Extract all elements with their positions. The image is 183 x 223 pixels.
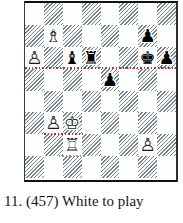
square-a7 <box>25 25 44 47</box>
square-d2 <box>82 134 101 156</box>
square-f5 <box>119 69 138 91</box>
square-b2 <box>44 134 63 156</box>
square-b7: ♗ <box>44 25 63 47</box>
square-f2 <box>119 134 138 156</box>
board-grid: ♗♟♙♝♜♚♟♟♙♔♖♙ <box>25 3 176 178</box>
square-h4 <box>157 91 176 113</box>
black-bishop: ♝ <box>64 49 80 67</box>
square-f7 <box>119 25 138 47</box>
white-pawn: ♙ <box>140 136 156 154</box>
square-h6: ♟ <box>157 47 176 69</box>
square-c3: ♔ <box>63 112 82 134</box>
square-h5 <box>157 69 176 91</box>
square-b4 <box>44 91 63 113</box>
square-f1 <box>119 156 138 178</box>
square-a1 <box>25 156 44 178</box>
square-b6 <box>44 47 63 69</box>
black-pawn: ♟ <box>102 71 118 89</box>
square-f8 <box>119 3 138 25</box>
square-b8 <box>44 3 63 25</box>
square-f6 <box>119 47 138 69</box>
square-a4 <box>25 91 44 113</box>
square-c4 <box>63 91 82 113</box>
square-e4 <box>101 91 120 113</box>
square-h7 <box>157 25 176 47</box>
square-a8 <box>25 3 44 25</box>
black-king: ♚ <box>140 49 156 67</box>
square-f3 <box>119 112 138 134</box>
square-c2: ♖ <box>63 134 82 156</box>
chess-board: ♗♟♙♝♜♚♟♟♙♔♖♙ <box>24 1 178 182</box>
square-g8 <box>138 3 157 25</box>
square-e2 <box>101 134 120 156</box>
square-f4 <box>119 91 138 113</box>
square-c6: ♝ <box>63 47 82 69</box>
black-rook: ♜ <box>83 49 99 67</box>
square-c1 <box>63 156 82 178</box>
square-b5 <box>44 69 63 91</box>
square-d8 <box>82 3 101 25</box>
square-h3 <box>157 112 176 134</box>
square-e7 <box>101 25 120 47</box>
white-rook: ♖ <box>64 136 80 154</box>
square-d7 <box>82 25 101 47</box>
square-d4 <box>82 91 101 113</box>
square-e5: ♟ <box>101 69 120 91</box>
square-h8 <box>157 3 176 25</box>
square-g3 <box>138 112 157 134</box>
square-h1 <box>157 156 176 178</box>
square-g2: ♙ <box>138 134 157 156</box>
square-a6: ♙ <box>25 47 44 69</box>
square-d6: ♜ <box>82 47 101 69</box>
square-b1 <box>44 156 63 178</box>
square-b3: ♙ <box>44 112 63 134</box>
square-c7 <box>63 25 82 47</box>
square-e6 <box>101 47 120 69</box>
square-c8 <box>63 3 82 25</box>
square-g7: ♟ <box>138 25 157 47</box>
square-h2 <box>157 134 176 156</box>
square-g6: ♚ <box>138 47 157 69</box>
black-pawn: ♟ <box>158 49 174 67</box>
square-g5 <box>138 69 157 91</box>
white-pawn: ♙ <box>45 114 61 132</box>
square-e3 <box>101 112 120 134</box>
square-d5 <box>82 69 101 91</box>
square-a5 <box>25 69 44 91</box>
square-d3 <box>82 112 101 134</box>
square-g1 <box>138 156 157 178</box>
square-e1 <box>101 156 120 178</box>
white-pawn: ♙ <box>26 49 42 67</box>
white-king: ♔ <box>64 114 80 132</box>
diagram-caption: 11. (457) White to play <box>4 193 179 210</box>
square-a2 <box>25 134 44 156</box>
square-d1 <box>82 156 101 178</box>
square-g4 <box>138 91 157 113</box>
black-pawn: ♟ <box>140 27 156 45</box>
square-a3 <box>25 112 44 134</box>
white-bishop: ♗ <box>45 27 61 45</box>
square-c5 <box>63 69 82 91</box>
square-e8 <box>101 3 120 25</box>
